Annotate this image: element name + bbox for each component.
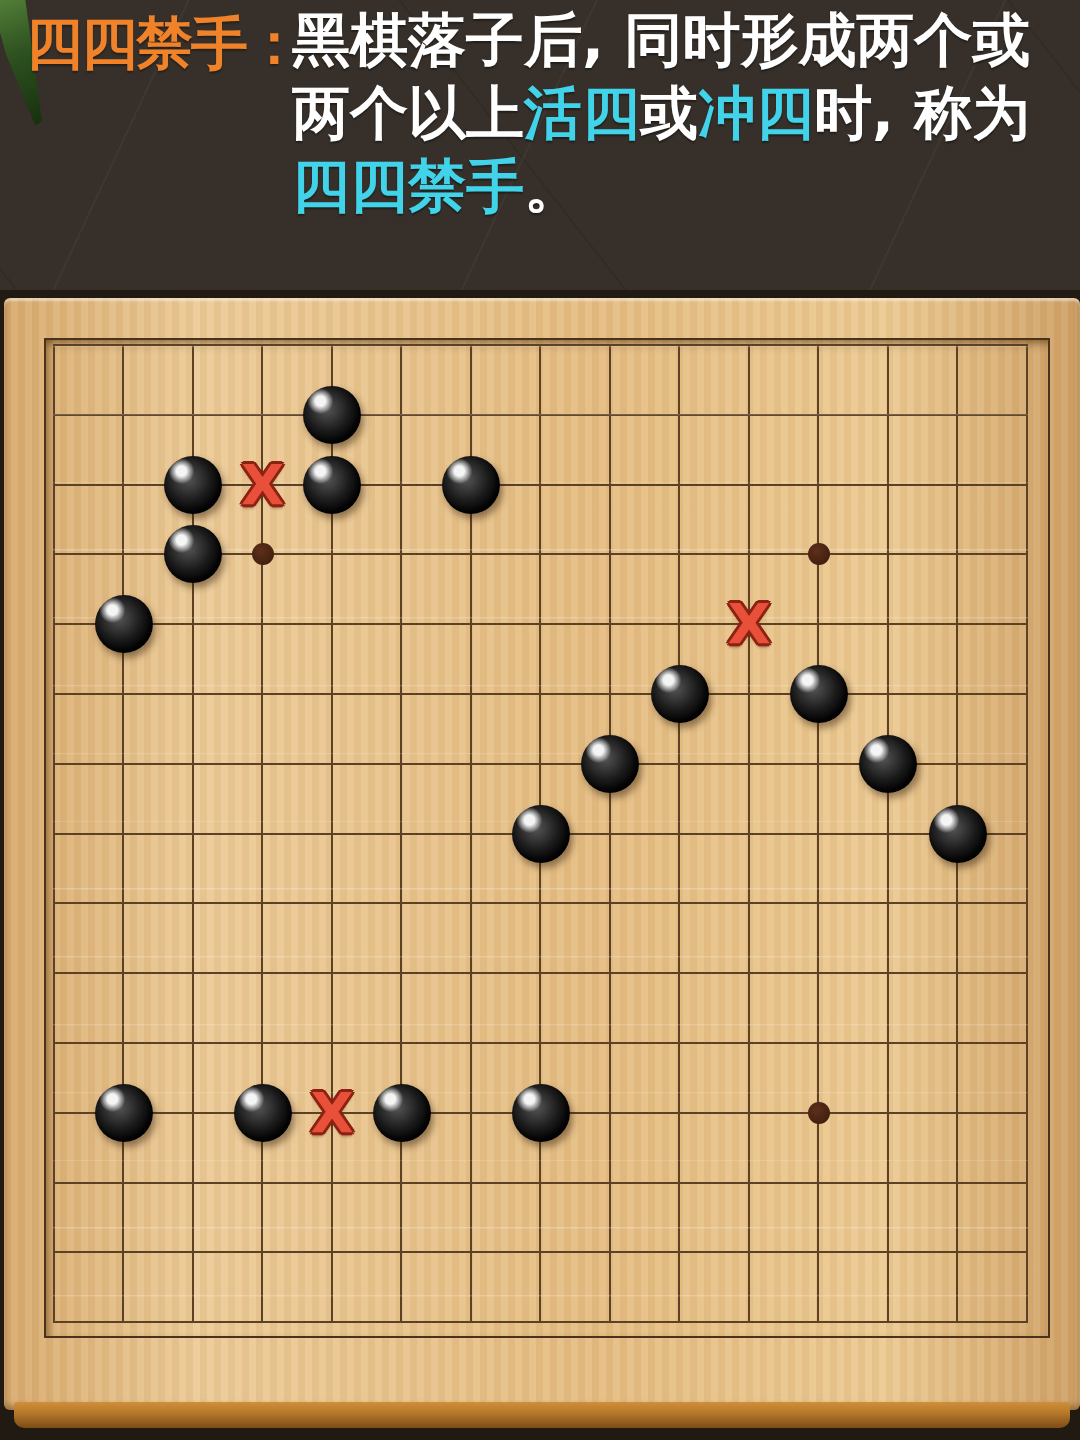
term-double-four: 四四禁手 (292, 152, 524, 220)
rule-line-1: 黑棋落子后, 同时形成两个或 (292, 4, 1072, 77)
black-stone (373, 1084, 431, 1142)
board-frame-edge (14, 1402, 1070, 1428)
black-stone (95, 1084, 153, 1142)
black-stone (581, 735, 639, 793)
rule-title: 四四禁手： (26, 6, 301, 83)
term-rush-four: 冲四 (698, 79, 814, 147)
board-face: XXX (44, 338, 1050, 1338)
star-point (808, 1102, 830, 1124)
star-point (808, 543, 830, 565)
black-stone (651, 665, 709, 723)
black-stone (442, 456, 500, 514)
black-stone (95, 595, 153, 653)
forbidden-x-mark: X (718, 593, 780, 655)
black-stone (303, 456, 361, 514)
forbidden-x-mark: X (301, 1082, 363, 1144)
black-stone (234, 1084, 292, 1142)
gomoku-board: XXX (0, 290, 1080, 1440)
star-point (252, 543, 274, 565)
black-stone (164, 456, 222, 514)
black-stone (859, 735, 917, 793)
black-stone (164, 525, 222, 583)
rule-description: 黑棋落子后, 同时形成两个或 两个以上活四或冲四时, 称为 四四禁手。 (292, 4, 1072, 223)
rule-line-2: 两个以上活四或冲四时, 称为 (292, 77, 1072, 150)
black-stone (929, 805, 987, 863)
black-stone (790, 665, 848, 723)
rule-line-3: 四四禁手。 (292, 150, 1072, 223)
lesson-header: 四四禁手： 黑棋落子后, 同时形成两个或 两个以上活四或冲四时, 称为 四四禁手… (0, 0, 1080, 290)
black-stone (512, 1084, 570, 1142)
forbidden-x-mark: X (232, 454, 294, 516)
black-stone (512, 805, 570, 863)
term-live-four: 活四 (524, 79, 640, 147)
black-stone (303, 386, 361, 444)
board-grid: XXX (53, 344, 1028, 1323)
